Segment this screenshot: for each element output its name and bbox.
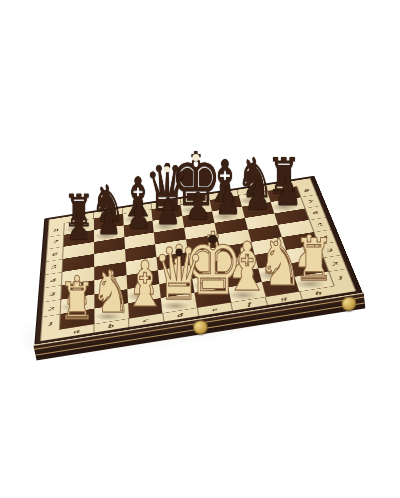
finial-tip [164, 166, 170, 172]
square-e2 [192, 273, 228, 292]
rank-label-1: 1 [41, 314, 61, 332]
file-label-c: c [128, 313, 163, 327]
rank-labels-right: 87654321 [296, 184, 353, 286]
rank-label-3: 3 [43, 285, 62, 302]
square-c2 [127, 284, 161, 304]
square-d3 [158, 265, 192, 284]
square-a3 [61, 280, 94, 299]
square-h1 [295, 272, 334, 292]
square-f2 [225, 268, 261, 287]
square-c1 [128, 298, 163, 318]
rank-label-2: 2 [323, 255, 347, 272]
rank-label-2: 2 [42, 299, 62, 317]
brass-clasp-icon [192, 320, 208, 336]
square-b3 [94, 275, 127, 294]
square-c3 [126, 270, 159, 289]
brass-clasp-icon [341, 296, 357, 312]
file-label-h: h [299, 286, 336, 300]
rank-label-4: 4 [313, 229, 336, 244]
square-f1 [228, 282, 265, 302]
square-a1 [60, 309, 94, 330]
square-a2 [61, 294, 94, 314]
square-b2 [94, 289, 128, 309]
rank-label-4: 4 [44, 272, 63, 288]
square-g1 [261, 277, 299, 297]
finial-tip [193, 154, 200, 161]
square-h3 [286, 245, 323, 263]
square-b1 [94, 303, 128, 323]
square-e3 [190, 260, 225, 279]
rank-labels-left: 87654321 [41, 223, 65, 332]
rank-label-1: 1 [328, 269, 353, 286]
square-f3 [222, 255, 258, 274]
file-label-b: b [93, 319, 128, 333]
square-d2 [160, 279, 195, 298]
product-photo-background: abcdefgh abcdefgh 87654321 87654321 ♜♞♝♛… [0, 0, 400, 498]
file-label-e: e [196, 302, 232, 316]
square-h2 [290, 258, 328, 277]
square-e1 [194, 288, 231, 308]
rank-label-3: 3 [318, 242, 341, 258]
square-g2 [258, 263, 295, 282]
square-g3 [254, 250, 290, 268]
file-label-g: g [265, 291, 302, 305]
square-d1 [161, 293, 197, 313]
file-label-f: f [231, 297, 268, 311]
